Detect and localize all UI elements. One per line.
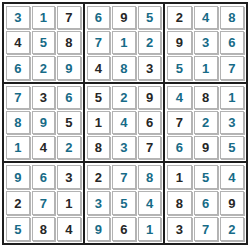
cell-r7c2[interactable]: 6	[32, 165, 56, 189]
cell-r3c7[interactable]: 5	[167, 56, 191, 79]
cell-r7c7[interactable]: 1	[167, 165, 191, 189]
cell-r8c7[interactable]: 8	[167, 191, 191, 215]
cell-r6c6[interactable]: 7	[138, 136, 162, 159]
cell-r9c6[interactable]: 1	[138, 217, 162, 241]
cell-r9c2[interactable]: 8	[32, 217, 56, 241]
cell-r4c9[interactable]: 1	[220, 86, 244, 109]
cell-r5c3[interactable]: 5	[57, 111, 81, 134]
cell-r2c5[interactable]: 1	[112, 31, 136, 54]
cell-r5c1[interactable]: 8	[6, 111, 30, 134]
box-3-1: 963271584	[4, 163, 85, 243]
box-2-3: 481723695	[165, 84, 246, 164]
cell-r3c3[interactable]: 9	[57, 56, 81, 79]
cell-r5c8[interactable]: 2	[194, 111, 218, 134]
cell-r2c1[interactable]: 4	[6, 31, 30, 54]
box-1-1: 317458629	[4, 4, 85, 84]
box-3-3: 154869372	[165, 163, 246, 243]
cell-r8c1[interactable]: 2	[6, 191, 30, 215]
cell-r2c3[interactable]: 8	[57, 31, 81, 54]
cell-r2c7[interactable]: 9	[167, 31, 191, 54]
cell-r6c8[interactable]: 9	[194, 136, 218, 159]
cell-r5c2[interactable]: 9	[32, 111, 56, 134]
cell-r9c7[interactable]: 3	[167, 217, 191, 241]
cell-r8c3[interactable]: 1	[57, 191, 81, 215]
cell-r5c7[interactable]: 7	[167, 111, 191, 134]
sudoku-board: 3174586296957124832489365177368951425291…	[2, 2, 248, 245]
cell-r6c5[interactable]: 3	[112, 136, 136, 159]
cell-r7c1[interactable]: 9	[6, 165, 30, 189]
cell-r1c3[interactable]: 7	[57, 6, 81, 29]
cell-r5c9[interactable]: 3	[220, 111, 244, 134]
cell-r3c1[interactable]: 6	[6, 56, 30, 79]
cell-r4c6[interactable]: 9	[138, 86, 162, 109]
cell-r7c3[interactable]: 3	[57, 165, 81, 189]
box-2-1: 736895142	[4, 84, 85, 164]
cell-r2c2[interactable]: 5	[32, 31, 56, 54]
cell-r4c7[interactable]: 4	[167, 86, 191, 109]
cell-r4c8[interactable]: 8	[194, 86, 218, 109]
cell-r8c5[interactable]: 5	[112, 191, 136, 215]
cell-r3c2[interactable]: 2	[32, 56, 56, 79]
cell-r7c9[interactable]: 4	[220, 165, 244, 189]
cell-r2c4[interactable]: 7	[87, 31, 111, 54]
cell-r6c2[interactable]: 4	[32, 136, 56, 159]
cell-r4c4[interactable]: 5	[87, 86, 111, 109]
cell-r6c7[interactable]: 6	[167, 136, 191, 159]
cell-r8c4[interactable]: 3	[87, 191, 111, 215]
cell-r6c4[interactable]: 8	[87, 136, 111, 159]
cell-r8c6[interactable]: 4	[138, 191, 162, 215]
cell-r1c8[interactable]: 4	[194, 6, 218, 29]
cell-r1c7[interactable]: 2	[167, 6, 191, 29]
cell-r7c8[interactable]: 5	[194, 165, 218, 189]
cell-r1c5[interactable]: 9	[112, 6, 136, 29]
cell-r5c5[interactable]: 4	[112, 111, 136, 134]
cell-r6c3[interactable]: 2	[57, 136, 81, 159]
sudoku-page: 3174586296957124832489365177368951425291…	[0, 0, 250, 247]
cell-r2c9[interactable]: 6	[220, 31, 244, 54]
cell-r6c1[interactable]: 1	[6, 136, 30, 159]
cell-r6c9[interactable]: 5	[220, 136, 244, 159]
cell-r9c9[interactable]: 2	[220, 217, 244, 241]
box-2-2: 529146837	[85, 84, 166, 164]
cell-r3c4[interactable]: 4	[87, 56, 111, 79]
cell-r7c5[interactable]: 7	[112, 165, 136, 189]
cell-r2c8[interactable]: 3	[194, 31, 218, 54]
cell-r8c9[interactable]: 9	[220, 191, 244, 215]
cell-r4c5[interactable]: 2	[112, 86, 136, 109]
cell-r1c1[interactable]: 3	[6, 6, 30, 29]
cell-r7c4[interactable]: 2	[87, 165, 111, 189]
cell-r1c6[interactable]: 5	[138, 6, 162, 29]
cell-r9c8[interactable]: 7	[194, 217, 218, 241]
cell-r1c2[interactable]: 1	[32, 6, 56, 29]
cell-r4c2[interactable]: 3	[32, 86, 56, 109]
cell-r3c8[interactable]: 1	[194, 56, 218, 79]
cell-r9c3[interactable]: 4	[57, 217, 81, 241]
cell-r5c6[interactable]: 6	[138, 111, 162, 134]
cell-r7c6[interactable]: 8	[138, 165, 162, 189]
cell-r5c4[interactable]: 1	[87, 111, 111, 134]
box-1-2: 695712483	[85, 4, 166, 84]
box-1-3: 248936517	[165, 4, 246, 84]
box-3-2: 278354961	[85, 163, 166, 243]
cell-r8c8[interactable]: 6	[194, 191, 218, 215]
cell-r1c4[interactable]: 6	[87, 6, 111, 29]
cell-r3c5[interactable]: 8	[112, 56, 136, 79]
cell-r2c6[interactable]: 2	[138, 31, 162, 54]
cell-r4c3[interactable]: 6	[57, 86, 81, 109]
cell-r9c5[interactable]: 6	[112, 217, 136, 241]
cell-r9c4[interactable]: 9	[87, 217, 111, 241]
cell-r1c9[interactable]: 8	[220, 6, 244, 29]
cell-r4c1[interactable]: 7	[6, 86, 30, 109]
cell-r3c6[interactable]: 3	[138, 56, 162, 79]
cell-r3c9[interactable]: 7	[220, 56, 244, 79]
cell-r9c1[interactable]: 5	[6, 217, 30, 241]
cell-r8c2[interactable]: 7	[32, 191, 56, 215]
